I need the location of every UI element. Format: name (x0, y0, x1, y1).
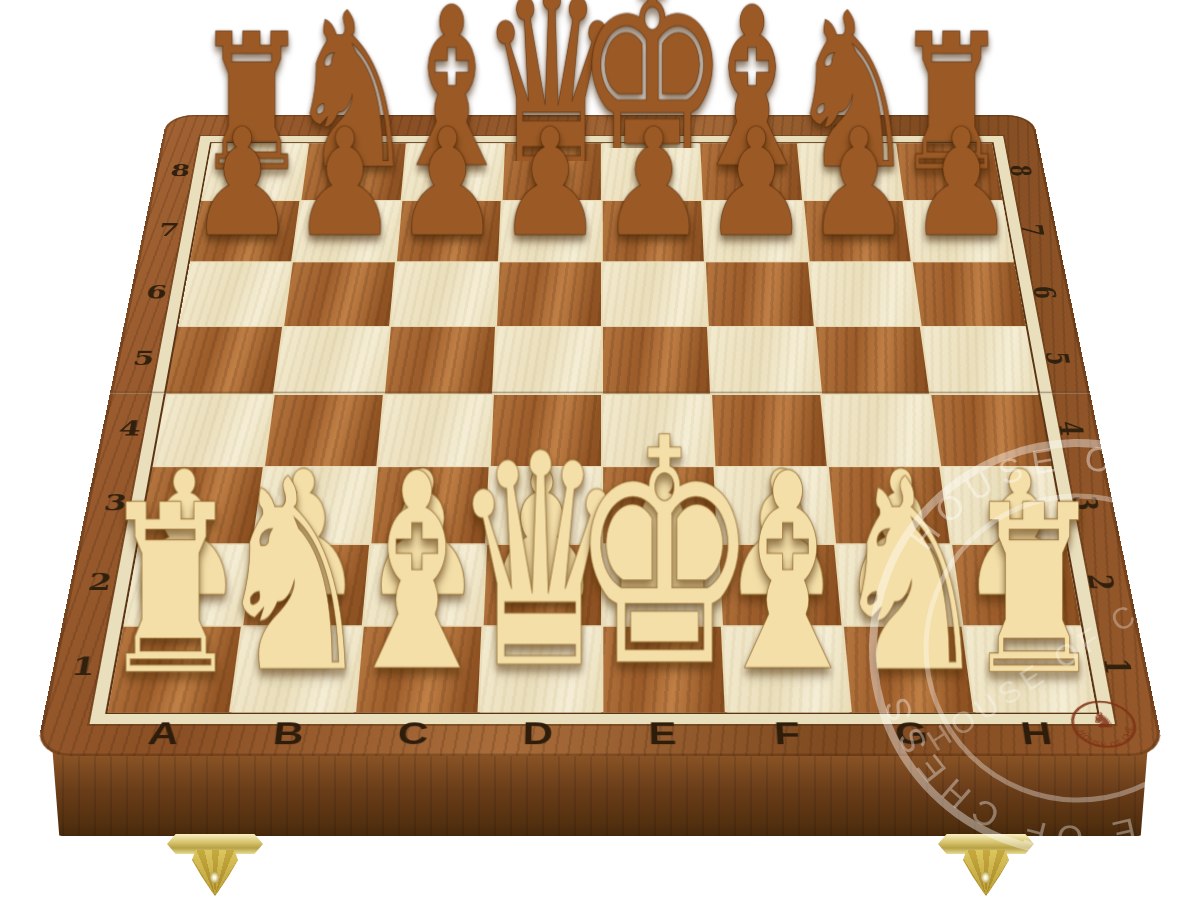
square-b7[interactable]: ♟ (293, 201, 400, 261)
square-b6[interactable] (284, 262, 394, 325)
chess-board: ♜♞♝♛♚♝♞♜♟♟♟♟♟♟♟♟♟♟♟♟♟♟♟♟♜♞♝♛♚♝♞♜ ABCDEFG… (35, 115, 1165, 756)
square-g1[interactable]: ♞ (843, 627, 973, 713)
square-c5[interactable] (384, 327, 494, 394)
square-f6[interactable] (706, 262, 813, 325)
piece-black-pawn-h7[interactable]: ♟ (909, 113, 1016, 254)
square-d6[interactable] (497, 262, 601, 325)
square-b1[interactable]: ♞ (232, 627, 362, 713)
square-h7[interactable]: ♟ (904, 201, 1014, 261)
box-side-panel (46, 752, 1154, 836)
square-a5[interactable] (166, 327, 283, 394)
square-g7[interactable]: ♟ (804, 201, 911, 261)
square-g5[interactable] (815, 327, 929, 394)
square-a7[interactable]: ♟ (190, 201, 300, 261)
square-e1[interactable]: ♚ (603, 627, 725, 713)
brass-latch-right (938, 834, 1034, 898)
latch-hole (210, 872, 219, 883)
file-label-d: D (474, 711, 600, 756)
piece-black-pawn-a7[interactable]: ♟ (189, 113, 296, 254)
piece-black-pawn-b7[interactable]: ♟ (291, 113, 398, 254)
square-a6[interactable] (178, 262, 291, 325)
board-grid: ♜♞♝♛♚♝♞♜♟♟♟♟♟♟♟♟♟♟♟♟♟♟♟♟♜♞♝♛♚♝♞♜ (105, 142, 1099, 714)
piece-white-knight-g1[interactable]: ♞ (830, 451, 991, 702)
piece-black-pawn-d7[interactable]: ♟ (497, 113, 604, 254)
square-g6[interactable] (809, 262, 919, 325)
latch-hole (981, 872, 990, 883)
piece-black-pawn-g7[interactable]: ♟ (806, 113, 913, 254)
square-h6[interactable] (913, 262, 1026, 325)
piece-white-knight-b1[interactable]: ♞ (213, 451, 374, 702)
piece-black-pawn-e7[interactable]: ♟ (600, 113, 707, 254)
square-e7[interactable]: ♟ (603, 201, 704, 261)
square-b5[interactable] (275, 327, 388, 394)
file-labels-bottom: ABCDEFGH (97, 711, 1102, 756)
square-c7[interactable]: ♟ (396, 201, 500, 261)
file-label-g: G (847, 711, 977, 756)
piece-black-pawn-c7[interactable]: ♟ (394, 113, 501, 254)
file-label-b: B (223, 711, 353, 756)
square-e6[interactable] (603, 262, 707, 325)
file-label-a: A (97, 711, 229, 756)
square-c6[interactable] (391, 262, 498, 325)
product-photo-stage: { "game": "chess", "position": { "fen": … (0, 0, 1200, 900)
file-label-e: E (600, 711, 726, 756)
house-of-chess-stamp: ♞ HOUSE OF CHESS (1058, 694, 1151, 754)
square-f7[interactable]: ♟ (703, 201, 807, 261)
square-h5[interactable] (922, 327, 1039, 394)
file-label-c: C (349, 711, 477, 756)
piece-white-king-e1[interactable]: ♚ (569, 406, 759, 702)
brass-latch-left (167, 834, 263, 898)
piece-black-pawn-f7[interactable]: ♟ (703, 113, 810, 254)
square-d7[interactable]: ♟ (500, 201, 601, 261)
file-label-f: F (724, 711, 852, 756)
